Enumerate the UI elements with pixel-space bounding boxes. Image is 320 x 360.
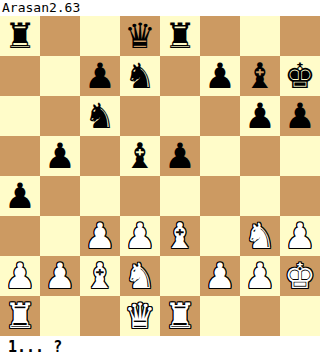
square-b5[interactable]: ♟ <box>40 136 80 176</box>
square-c4[interactable] <box>80 176 120 216</box>
square-a5[interactable] <box>0 136 40 176</box>
white-pawn-piece[interactable]: ♟ <box>204 256 235 296</box>
square-h5[interactable] <box>280 136 320 176</box>
white-bishop-piece[interactable]: ♝ <box>164 216 195 256</box>
square-h1[interactable] <box>280 296 320 336</box>
square-h4[interactable] <box>280 176 320 216</box>
black-queen-piece[interactable]: ♛ <box>124 16 155 56</box>
square-f8[interactable] <box>200 16 240 56</box>
white-queen-piece[interactable]: ♛ <box>124 296 155 336</box>
square-h3[interactable]: ♟ <box>280 216 320 256</box>
square-g4[interactable] <box>240 176 280 216</box>
square-c2[interactable]: ♝ <box>80 256 120 296</box>
square-b8[interactable] <box>40 16 80 56</box>
black-bishop-piece[interactable]: ♝ <box>124 136 155 176</box>
white-pawn-piece[interactable]: ♟ <box>44 256 75 296</box>
square-d4[interactable] <box>120 176 160 216</box>
square-e4[interactable] <box>160 176 200 216</box>
square-d5[interactable]: ♝ <box>120 136 160 176</box>
black-rook-piece[interactable]: ♜ <box>164 16 195 56</box>
white-rook-piece[interactable]: ♜ <box>164 296 195 336</box>
square-d8[interactable]: ♛ <box>120 16 160 56</box>
square-b3[interactable] <box>40 216 80 256</box>
square-b2[interactable]: ♟ <box>40 256 80 296</box>
black-king-piece[interactable]: ♚ <box>284 56 315 96</box>
square-a2[interactable]: ♟ <box>0 256 40 296</box>
square-h7[interactable]: ♚ <box>280 56 320 96</box>
square-f7[interactable]: ♟ <box>200 56 240 96</box>
square-d2[interactable]: ♞ <box>120 256 160 296</box>
square-e3[interactable]: ♝ <box>160 216 200 256</box>
square-g3[interactable]: ♞ <box>240 216 280 256</box>
square-d3[interactable]: ♟ <box>120 216 160 256</box>
square-e8[interactable]: ♜ <box>160 16 200 56</box>
square-c3[interactable]: ♟ <box>80 216 120 256</box>
square-g1[interactable] <box>240 296 280 336</box>
square-a1[interactable]: ♜ <box>0 296 40 336</box>
square-g6[interactable]: ♟ <box>240 96 280 136</box>
square-c6[interactable]: ♞ <box>80 96 120 136</box>
black-pawn-piece[interactable]: ♟ <box>44 136 75 176</box>
square-a4[interactable]: ♟ <box>0 176 40 216</box>
square-g2[interactable]: ♟ <box>240 256 280 296</box>
square-d1[interactable]: ♛ <box>120 296 160 336</box>
white-pawn-piece[interactable]: ♟ <box>284 216 315 256</box>
square-f4[interactable] <box>200 176 240 216</box>
black-pawn-piece[interactable]: ♟ <box>284 96 315 136</box>
chess-app-window: Arasan2.63 ♜♛♜♟♞♟♝♚♞♟♟♟♝♟♟♟♟♝♞♟♟♟♝♞♟♟♚♜♛… <box>0 0 320 360</box>
white-knight-piece[interactable]: ♞ <box>124 256 155 296</box>
black-knight-piece[interactable]: ♞ <box>124 56 155 96</box>
square-f3[interactable] <box>200 216 240 256</box>
white-bishop-piece[interactable]: ♝ <box>84 256 115 296</box>
square-c8[interactable] <box>80 16 120 56</box>
square-a6[interactable] <box>0 96 40 136</box>
chess-board: ♜♛♜♟♞♟♝♚♞♟♟♟♝♟♟♟♟♝♞♟♟♟♝♞♟♟♚♜♛♜ <box>0 16 320 336</box>
white-pawn-piece[interactable]: ♟ <box>84 216 115 256</box>
square-e1[interactable]: ♜ <box>160 296 200 336</box>
square-d7[interactable]: ♞ <box>120 56 160 96</box>
square-a8[interactable]: ♜ <box>0 16 40 56</box>
square-f5[interactable] <box>200 136 240 176</box>
engine-title: Arasan2.63 <box>0 0 320 16</box>
square-g7[interactable]: ♝ <box>240 56 280 96</box>
white-pawn-piece[interactable]: ♟ <box>124 216 155 256</box>
square-b1[interactable] <box>40 296 80 336</box>
square-c1[interactable] <box>80 296 120 336</box>
square-a3[interactable] <box>0 216 40 256</box>
square-a7[interactable] <box>0 56 40 96</box>
white-rook-piece[interactable]: ♜ <box>4 296 35 336</box>
black-bishop-piece[interactable]: ♝ <box>244 56 275 96</box>
square-e5[interactable]: ♟ <box>160 136 200 176</box>
black-rook-piece[interactable]: ♜ <box>4 16 35 56</box>
black-pawn-piece[interactable]: ♟ <box>4 176 35 216</box>
square-f1[interactable] <box>200 296 240 336</box>
black-pawn-piece[interactable]: ♟ <box>164 136 195 176</box>
black-knight-piece[interactable]: ♞ <box>84 96 115 136</box>
square-c5[interactable] <box>80 136 120 176</box>
white-pawn-piece[interactable]: ♟ <box>4 256 35 296</box>
move-prompt: 1... ? <box>0 336 320 360</box>
black-pawn-piece[interactable]: ♟ <box>204 56 235 96</box>
square-f6[interactable] <box>200 96 240 136</box>
white-pawn-piece[interactable]: ♟ <box>244 256 275 296</box>
square-h2[interactable]: ♚ <box>280 256 320 296</box>
square-e2[interactable] <box>160 256 200 296</box>
square-b6[interactable] <box>40 96 80 136</box>
square-e7[interactable] <box>160 56 200 96</box>
square-e6[interactable] <box>160 96 200 136</box>
square-b7[interactable] <box>40 56 80 96</box>
white-knight-piece[interactable]: ♞ <box>244 216 275 256</box>
square-f2[interactable]: ♟ <box>200 256 240 296</box>
square-d6[interactable] <box>120 96 160 136</box>
white-king-piece[interactable]: ♚ <box>284 256 315 296</box>
black-pawn-piece[interactable]: ♟ <box>84 56 115 96</box>
square-c7[interactable]: ♟ <box>80 56 120 96</box>
square-b4[interactable] <box>40 176 80 216</box>
square-g5[interactable] <box>240 136 280 176</box>
black-pawn-piece[interactable]: ♟ <box>244 96 275 136</box>
square-g8[interactable] <box>240 16 280 56</box>
square-h6[interactable]: ♟ <box>280 96 320 136</box>
square-h8[interactable] <box>280 16 320 56</box>
